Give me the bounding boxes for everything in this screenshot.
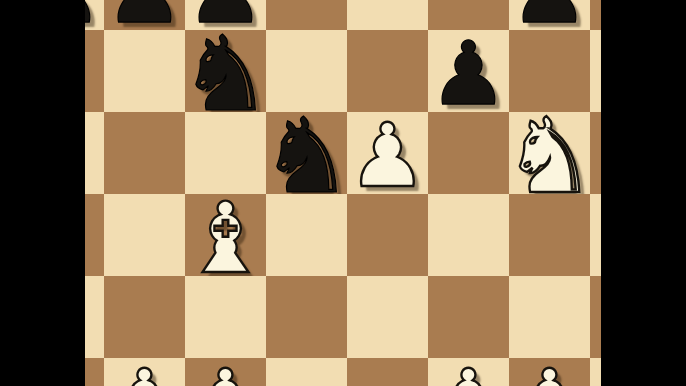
letterbox-right	[601, 0, 686, 386]
square-f5	[428, 112, 509, 194]
square-e6	[347, 30, 428, 112]
square-b2: ♟	[104, 358, 185, 386]
square-b5	[104, 112, 185, 194]
square-d7	[266, 0, 347, 30]
square-g2: ♟	[509, 358, 590, 386]
square-d4	[266, 194, 347, 276]
white-pawn: ♟	[348, 115, 427, 197]
square-b7: ♟	[104, 0, 185, 30]
square-e3	[347, 276, 428, 358]
white-pawn: ♟	[429, 361, 508, 386]
square-e4	[347, 194, 428, 276]
square-c3	[185, 276, 266, 358]
square-c6: ♞	[185, 30, 266, 112]
black-knight: ♞	[260, 115, 353, 197]
square-g7: ♟	[509, 0, 590, 30]
square-e5: ♟	[347, 112, 428, 194]
square-b4	[104, 194, 185, 276]
white-pawn: ♟	[105, 361, 184, 386]
square-f4	[428, 194, 509, 276]
square-d5: ♞	[266, 112, 347, 194]
square-c2: ♟	[185, 358, 266, 386]
white-pawn: ♟	[186, 361, 265, 386]
square-b6	[104, 30, 185, 112]
square-c4: ♝	[185, 194, 266, 276]
square-b3	[104, 276, 185, 358]
black-pawn: ♟	[429, 33, 508, 115]
square-f2: ♟	[428, 358, 509, 386]
square-f3	[428, 276, 509, 358]
square-g3	[509, 276, 590, 358]
white-knight: ♞	[503, 115, 596, 197]
black-pawn: ♟	[510, 0, 589, 33]
square-e2	[347, 358, 428, 386]
square-d2	[266, 358, 347, 386]
square-g5: ♞	[509, 112, 590, 194]
black-knight: ♞	[179, 33, 272, 115]
black-pawn: ♟	[105, 0, 184, 33]
chess-board: ♜♝♛♚♝♜♟♟♟♟♟♞♟♞♟♞♝♟♟♟♟♟♟♜♞♝♛♚♜	[23, 0, 671, 386]
square-f6: ♟	[428, 30, 509, 112]
square-e7	[347, 0, 428, 30]
square-g4	[509, 194, 590, 276]
white-bishop: ♝	[182, 197, 270, 279]
square-d3	[266, 276, 347, 358]
white-pawn: ♟	[510, 361, 589, 386]
letterbox-left	[0, 0, 85, 386]
video-frame: ♜♝♛♚♝♜♟♟♟♟♟♞♟♞♟♞♝♟♟♟♟♟♟♜♞♝♛♚♜	[0, 0, 686, 386]
